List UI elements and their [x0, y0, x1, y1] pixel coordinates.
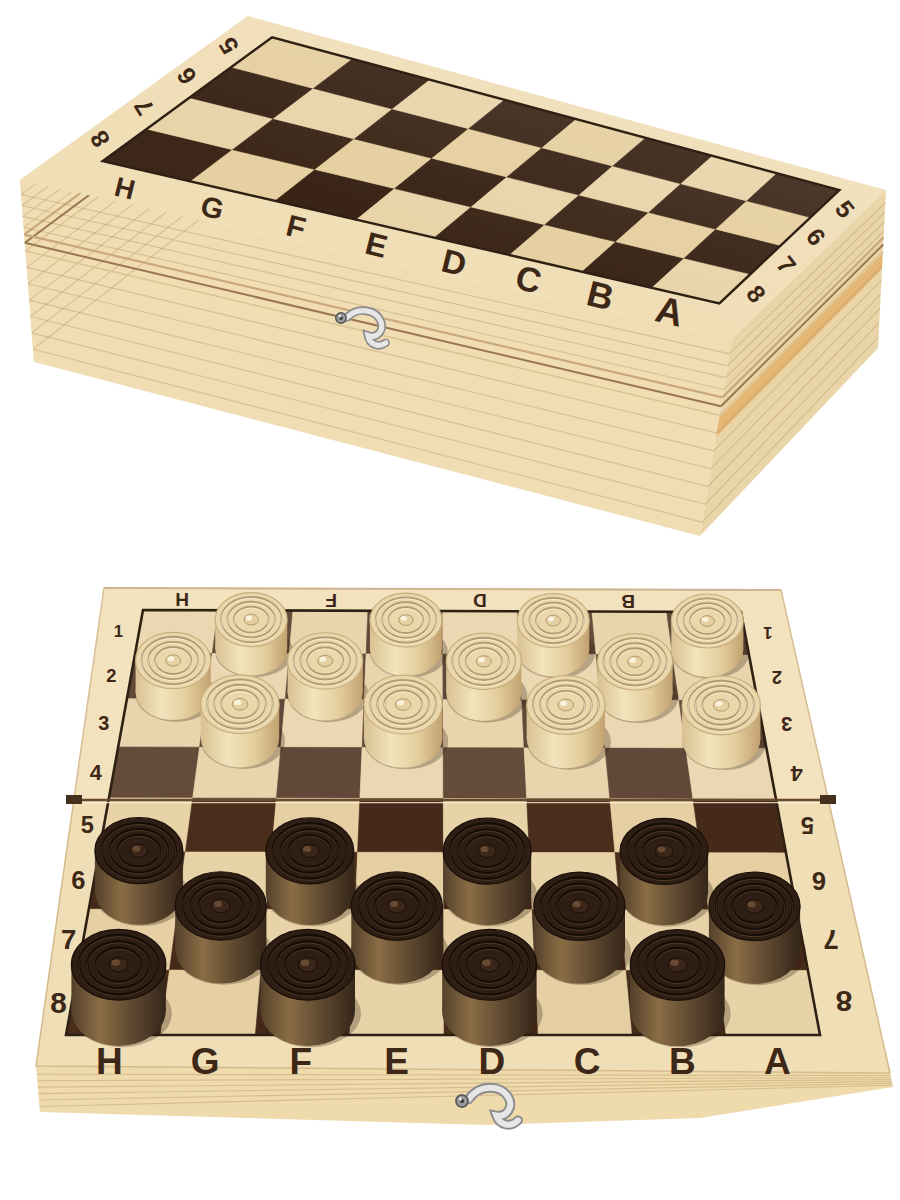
- piece-bump-highlight: [234, 700, 241, 705]
- rank-label-right-5: 5: [801, 812, 814, 838]
- rank-label-right-2: 2: [772, 667, 782, 688]
- piece-dark-g7: [175, 872, 272, 985]
- piece-dark-e7: [351, 872, 448, 985]
- product-photo-page: HGFEDCBA56785678 HGFEDCBAHGFEDCBA1234567…: [0, 0, 900, 1200]
- piece-bump-highlight: [390, 901, 398, 907]
- rank-label-left-8: 8: [50, 986, 67, 1019]
- piece-bump-highlight: [301, 959, 309, 965]
- piece-light-g3: [201, 675, 285, 769]
- piece-light-g1: [215, 593, 293, 678]
- piece-bump-highlight: [573, 901, 581, 907]
- piece-dark-f6: [266, 818, 360, 926]
- piece-bump-highlight: [482, 960, 490, 966]
- piece-light-a3: [682, 676, 766, 770]
- piece-bump-highlight: [715, 701, 722, 706]
- piece-bump-highlight: [670, 960, 678, 966]
- rank-label-left-6: 6: [71, 866, 85, 894]
- rank-label-left-2: 2: [106, 665, 116, 686]
- piece-dark-d8: [442, 929, 542, 1047]
- piece-light-c1: [517, 594, 595, 679]
- piece-bump-highlight: [246, 616, 252, 621]
- rank-label-right-6: 6: [812, 867, 826, 895]
- piece-dark-b8: [630, 929, 730, 1047]
- piece-bump-highlight: [629, 658, 636, 663]
- piece-bump-highlight: [560, 701, 567, 706]
- piece-bump-highlight: [112, 959, 120, 965]
- hinge-notch-right: [820, 795, 836, 804]
- piece-bump-highlight: [702, 617, 708, 622]
- piece-bump-highlight: [214, 901, 222, 907]
- piece-bump-highlight: [397, 700, 404, 705]
- piece-bump-highlight: [132, 846, 140, 852]
- piece-bump-highlight: [748, 901, 756, 907]
- piece-dark-b6: [620, 818, 714, 926]
- piece-bump-highlight: [303, 846, 311, 852]
- piece-light-f2: [288, 633, 369, 722]
- piece-light-d2: [446, 633, 527, 722]
- rank-label-right-4: 4: [791, 761, 803, 786]
- piece-bump-highlight: [481, 846, 489, 852]
- rank-label-right-3: 3: [781, 713, 792, 735]
- rank-label-right-1: 1: [763, 623, 772, 642]
- rank-label-right-7: 7: [823, 924, 838, 955]
- open-board-view: HGFEDCBAHGFEDCBA1234567812345678: [36, 588, 893, 1125]
- piece-dark-c7: [534, 872, 631, 985]
- piece-bump-highlight: [478, 657, 485, 662]
- piece-bump-highlight: [401, 616, 407, 621]
- rank-label-left-3: 3: [98, 712, 109, 734]
- rank-label-left-4: 4: [90, 760, 102, 785]
- hinge-notch-left: [66, 795, 82, 804]
- near-file-label-g: G: [191, 1041, 220, 1082]
- far-file-label-b: B: [621, 591, 635, 612]
- piece-bump-highlight: [320, 657, 327, 662]
- piece-bump-highlight: [657, 846, 665, 852]
- piece-bump-highlight: [168, 656, 175, 661]
- piece-light-c3: [527, 676, 611, 770]
- far-file-label-f: F: [325, 590, 337, 611]
- rank-label-right-8: 8: [836, 985, 853, 1018]
- closed-box-view: HGFEDCBA56785678: [20, 16, 886, 536]
- piece-dark-f8: [261, 929, 361, 1047]
- rank-label-left-1: 1: [114, 622, 123, 641]
- near-file-label-e: E: [384, 1041, 409, 1082]
- piece-light-b2: [597, 634, 678, 723]
- far-file-label-h: H: [175, 589, 189, 610]
- piece-light-e3: [364, 675, 448, 769]
- square-e5: [358, 798, 444, 852]
- piece-bump-highlight: [548, 616, 554, 621]
- piece-light-a1: [671, 594, 749, 679]
- square-c5: [527, 799, 615, 853]
- far-file-label-d: D: [473, 590, 487, 611]
- near-file-label-a: A: [764, 1041, 791, 1082]
- near-file-label-c: C: [574, 1041, 601, 1082]
- square-g5: [185, 798, 276, 852]
- rank-label-left-5: 5: [81, 812, 94, 838]
- piece-dark-d6: [443, 818, 537, 926]
- piece-dark-h6: [95, 818, 189, 926]
- rank-label-left-7: 7: [61, 924, 76, 955]
- piece-light-e1: [370, 593, 448, 678]
- scene-svg: HGFEDCBA56785678 HGFEDCBAHGFEDCBA1234567…: [0, 0, 900, 1200]
- piece-dark-h8: [71, 929, 171, 1047]
